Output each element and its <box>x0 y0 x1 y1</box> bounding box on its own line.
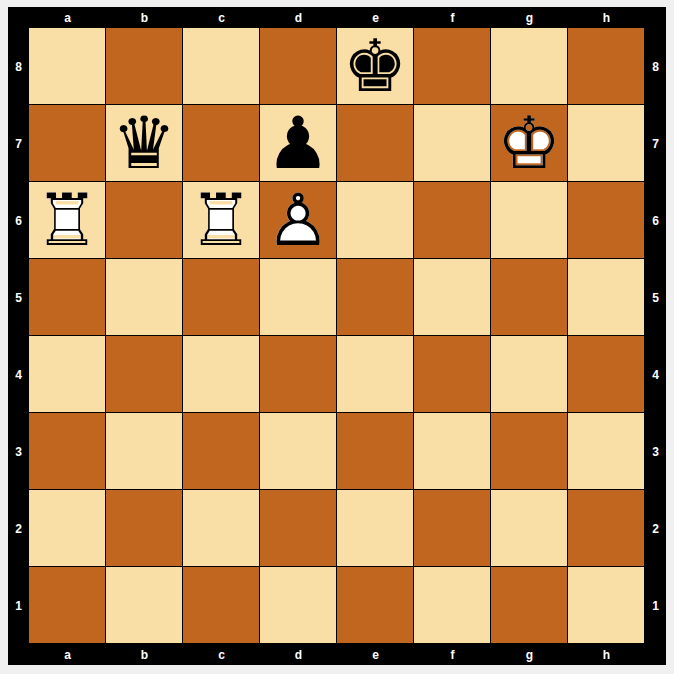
square-d5[interactable] <box>260 259 337 336</box>
square-e1[interactable] <box>337 567 414 644</box>
file-label-d: d <box>260 7 337 28</box>
rank-label-1: 1 <box>645 567 666 644</box>
frame-corner <box>8 7 29 28</box>
square-c5[interactable] <box>183 259 260 336</box>
file-label-g: g <box>491 644 568 665</box>
square-g7[interactable]: ♚♔ <box>491 105 568 182</box>
file-label-g: g <box>491 7 568 28</box>
white-rook-icon: ♖ <box>29 182 105 258</box>
rank-label-2: 2 <box>645 490 666 567</box>
square-c4[interactable] <box>183 336 260 413</box>
rank-label-6: 6 <box>645 182 666 259</box>
rank-label-3: 3 <box>8 413 29 490</box>
square-h2[interactable] <box>568 490 645 567</box>
rank-labels-left: 87654321 <box>8 28 29 644</box>
rank-label-2: 2 <box>8 490 29 567</box>
square-c1[interactable] <box>183 567 260 644</box>
square-b6[interactable] <box>106 182 183 259</box>
square-b8[interactable] <box>106 28 183 105</box>
piece-white-rook-a6[interactable]: ♜♖ <box>29 182 105 258</box>
square-d3[interactable] <box>260 413 337 490</box>
black-king-icon: ♚ <box>337 28 413 104</box>
square-a4[interactable] <box>29 336 106 413</box>
square-b4[interactable] <box>106 336 183 413</box>
chessboard-frame: abcdefgh 87654321 ♚♛♟♚♔♜♖♜♖♟♙ 87654321 a… <box>8 7 666 665</box>
square-e4[interactable] <box>337 336 414 413</box>
square-h8[interactable] <box>568 28 645 105</box>
square-g5[interactable] <box>491 259 568 336</box>
file-label-f: f <box>414 7 491 28</box>
square-d2[interactable] <box>260 490 337 567</box>
white-rook-icon: ♖ <box>183 182 259 258</box>
rank-label-3: 3 <box>645 413 666 490</box>
piece-white-rook-c6[interactable]: ♜♖ <box>183 182 259 258</box>
square-a8[interactable] <box>29 28 106 105</box>
white-pawn-icon: ♙ <box>260 182 336 258</box>
file-labels-bottom: abcdefgh <box>8 644 666 665</box>
square-a7[interactable] <box>29 105 106 182</box>
square-e6[interactable] <box>337 182 414 259</box>
square-g2[interactable] <box>491 490 568 567</box>
file-label-c: c <box>183 7 260 28</box>
rank-label-7: 7 <box>645 105 666 182</box>
file-label-h: h <box>568 7 645 28</box>
rank-label-4: 4 <box>645 336 666 413</box>
square-h1[interactable] <box>568 567 645 644</box>
square-b5[interactable] <box>106 259 183 336</box>
file-label-b: b <box>106 7 183 28</box>
square-b1[interactable] <box>106 567 183 644</box>
square-d1[interactable] <box>260 567 337 644</box>
rank-label-5: 5 <box>8 259 29 336</box>
black-queen-icon: ♛ <box>106 105 182 181</box>
file-label-a: a <box>29 7 106 28</box>
square-f4[interactable] <box>414 336 491 413</box>
rank-label-6: 6 <box>8 182 29 259</box>
square-a2[interactable] <box>29 490 106 567</box>
rank-labels-right: 87654321 <box>645 28 666 644</box>
file-label-f: f <box>414 644 491 665</box>
file-label-b: b <box>106 644 183 665</box>
square-g1[interactable] <box>491 567 568 644</box>
file-label-e: e <box>337 644 414 665</box>
square-d8[interactable] <box>260 28 337 105</box>
square-e7[interactable] <box>337 105 414 182</box>
square-g3[interactable] <box>491 413 568 490</box>
piece-black-pawn-d7[interactable]: ♟ <box>260 105 336 181</box>
square-h4[interactable] <box>568 336 645 413</box>
square-c3[interactable] <box>183 413 260 490</box>
square-a1[interactable] <box>29 567 106 644</box>
piece-white-king-g7[interactable]: ♚♔ <box>491 105 567 181</box>
square-b7[interactable]: ♛ <box>106 105 183 182</box>
frame-corner <box>8 644 29 665</box>
frame-corner <box>645 7 666 28</box>
frame-corner <box>645 644 666 665</box>
square-c8[interactable] <box>183 28 260 105</box>
white-king-icon: ♔ <box>491 105 567 181</box>
square-c7[interactable] <box>183 105 260 182</box>
file-labels-top: abcdefgh <box>8 7 666 28</box>
square-c6[interactable]: ♜♖ <box>183 182 260 259</box>
square-f3[interactable] <box>414 413 491 490</box>
square-a3[interactable] <box>29 413 106 490</box>
square-f6[interactable] <box>414 182 491 259</box>
rank-label-8: 8 <box>8 28 29 105</box>
file-label-a: a <box>29 644 106 665</box>
rank-label-5: 5 <box>645 259 666 336</box>
square-f2[interactable] <box>414 490 491 567</box>
square-h5[interactable] <box>568 259 645 336</box>
rank-label-8: 8 <box>645 28 666 105</box>
square-b3[interactable] <box>106 413 183 490</box>
square-f1[interactable] <box>414 567 491 644</box>
square-d4[interactable] <box>260 336 337 413</box>
square-h6[interactable] <box>568 182 645 259</box>
file-label-d: d <box>260 644 337 665</box>
square-h7[interactable] <box>568 105 645 182</box>
square-f8[interactable] <box>414 28 491 105</box>
square-e8[interactable]: ♚ <box>337 28 414 105</box>
square-g4[interactable] <box>491 336 568 413</box>
chessboard-grid: ♚♛♟♚♔♜♖♜♖♟♙ <box>29 28 645 644</box>
square-e2[interactable] <box>337 490 414 567</box>
square-e3[interactable] <box>337 413 414 490</box>
rank-label-1: 1 <box>8 567 29 644</box>
square-g8[interactable] <box>491 28 568 105</box>
square-h3[interactable] <box>568 413 645 490</box>
piece-white-pawn-d6[interactable]: ♟♙ <box>260 182 336 258</box>
square-d6[interactable]: ♟♙ <box>260 182 337 259</box>
square-a6[interactable]: ♜♖ <box>29 182 106 259</box>
piece-black-queen-b7[interactable]: ♛ <box>106 105 182 181</box>
black-pawn-icon: ♟ <box>260 105 336 181</box>
file-label-h: h <box>568 644 645 665</box>
square-f7[interactable] <box>414 105 491 182</box>
rank-label-4: 4 <box>8 336 29 413</box>
square-a5[interactable] <box>29 259 106 336</box>
square-g6[interactable] <box>491 182 568 259</box>
square-f5[interactable] <box>414 259 491 336</box>
square-c2[interactable] <box>183 490 260 567</box>
file-label-c: c <box>183 644 260 665</box>
square-e5[interactable] <box>337 259 414 336</box>
piece-black-king-e8[interactable]: ♚ <box>337 28 413 104</box>
square-d7[interactable]: ♟ <box>260 105 337 182</box>
square-b2[interactable] <box>106 490 183 567</box>
rank-label-7: 7 <box>8 105 29 182</box>
